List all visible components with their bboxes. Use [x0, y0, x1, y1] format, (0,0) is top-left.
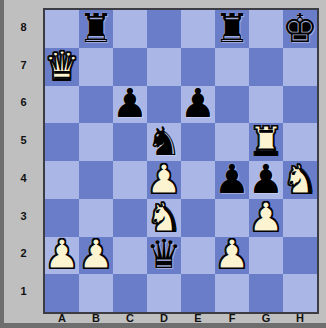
square-f2[interactable]: ♟ — [215, 237, 249, 275]
square-a2[interactable]: ♟ — [45, 237, 79, 275]
black-rook[interactable]: ♜ — [214, 8, 250, 48]
rank-label-1: 1 — [4, 272, 43, 310]
black-king[interactable]: ♚ — [282, 8, 318, 48]
square-h8[interactable]: ♚ — [283, 10, 317, 48]
file-label-b: B — [79, 312, 113, 324]
square-g2[interactable] — [249, 237, 283, 275]
square-h2[interactable] — [283, 237, 317, 275]
square-a4[interactable] — [45, 161, 79, 199]
rank-label-4: 4 — [4, 159, 43, 197]
square-d8[interactable] — [147, 10, 181, 48]
rank-labels: 87654321 — [4, 8, 43, 310]
square-e2[interactable] — [181, 237, 215, 275]
square-a1[interactable] — [45, 274, 79, 312]
square-b5[interactable] — [79, 123, 113, 161]
square-b6[interactable] — [79, 86, 113, 124]
black-queen[interactable]: ♛ — [146, 234, 182, 274]
rank-label-5: 5 — [4, 121, 43, 159]
square-f8[interactable]: ♜ — [215, 10, 249, 48]
square-b1[interactable] — [79, 274, 113, 312]
square-g1[interactable] — [249, 274, 283, 312]
square-e6[interactable]: ♟ — [181, 86, 215, 124]
square-e8[interactable] — [181, 10, 215, 48]
square-h7[interactable] — [283, 48, 317, 86]
square-c6[interactable]: ♟ — [113, 86, 147, 124]
square-b7[interactable] — [79, 48, 113, 86]
rank-label-7: 7 — [4, 46, 43, 84]
square-d7[interactable] — [147, 48, 181, 86]
square-g3[interactable]: ♟ — [249, 199, 283, 237]
square-e1[interactable] — [181, 274, 215, 312]
chess-board[interactable]: ♜♜♚♛♟♟♞♜♟♟♟♞♞♟♟♟♛♟ — [43, 8, 319, 314]
square-d1[interactable] — [147, 274, 181, 312]
square-c1[interactable] — [113, 274, 147, 312]
square-e3[interactable] — [181, 199, 215, 237]
file-label-a: A — [45, 312, 79, 324]
square-c5[interactable] — [113, 123, 147, 161]
square-h1[interactable] — [283, 274, 317, 312]
square-d2[interactable]: ♛ — [147, 237, 181, 275]
black-pawn[interactable]: ♟ — [180, 83, 216, 123]
file-label-f: F — [215, 312, 249, 324]
file-label-d: D — [147, 312, 181, 324]
square-b2[interactable]: ♟ — [79, 237, 113, 275]
white-pawn[interactable]: ♟ — [78, 234, 114, 274]
white-pawn[interactable]: ♟ — [248, 197, 284, 237]
white-pawn[interactable]: ♟ — [214, 234, 250, 274]
rank-label-3: 3 — [4, 197, 43, 235]
square-f4[interactable]: ♟ — [215, 161, 249, 199]
square-f6[interactable] — [215, 86, 249, 124]
square-a7[interactable]: ♛ — [45, 48, 79, 86]
square-c8[interactable] — [113, 10, 147, 48]
square-e5[interactable] — [181, 123, 215, 161]
file-label-h: H — [283, 312, 317, 324]
rank-label-2: 2 — [4, 235, 43, 273]
square-c2[interactable] — [113, 237, 147, 275]
black-pawn[interactable]: ♟ — [112, 83, 148, 123]
rank-label-6: 6 — [4, 84, 43, 122]
square-h6[interactable] — [283, 86, 317, 124]
black-rook[interactable]: ♜ — [78, 8, 114, 48]
file-label-e: E — [181, 312, 215, 324]
white-queen[interactable]: ♛ — [44, 46, 80, 86]
square-c4[interactable] — [113, 161, 147, 199]
square-h4[interactable]: ♞ — [283, 161, 317, 199]
square-a5[interactable] — [45, 123, 79, 161]
square-g8[interactable] — [249, 10, 283, 48]
file-label-g: G — [249, 312, 283, 324]
black-pawn[interactable]: ♟ — [214, 159, 250, 199]
file-labels: ABCDEFGH — [45, 312, 317, 324]
file-label-c: C — [113, 312, 147, 324]
square-c3[interactable] — [113, 199, 147, 237]
square-h3[interactable] — [283, 199, 317, 237]
square-a6[interactable] — [45, 86, 79, 124]
rank-label-8: 8 — [4, 8, 43, 46]
square-b4[interactable] — [79, 161, 113, 199]
square-g7[interactable] — [249, 48, 283, 86]
chess-diagram: 87654321 ♜♜♚♛♟♟♞♜♟♟♟♞♞♟♟♟♛♟ ABCDEFGH — [0, 0, 326, 328]
white-knight[interactable]: ♞ — [282, 159, 318, 199]
square-f7[interactable] — [215, 48, 249, 86]
square-b8[interactable]: ♜ — [79, 10, 113, 48]
square-e4[interactable] — [181, 161, 215, 199]
white-pawn[interactable]: ♟ — [44, 234, 80, 274]
square-f1[interactable] — [215, 274, 249, 312]
